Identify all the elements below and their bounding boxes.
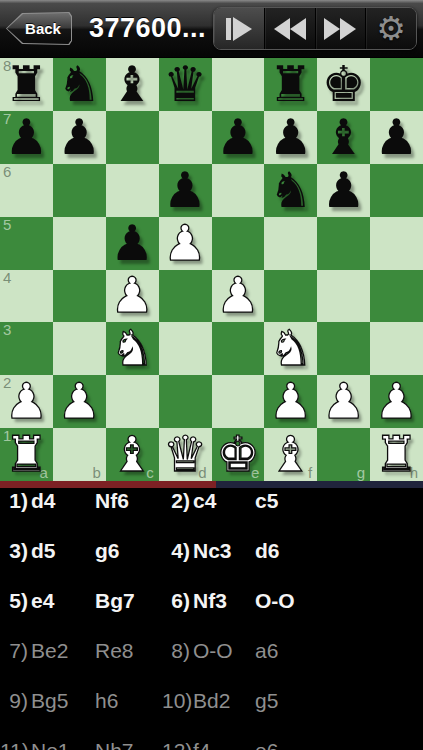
move-row: 7)Be2Re88)O-Oa6 bbox=[0, 638, 423, 688]
square-d2[interactable] bbox=[159, 375, 212, 428]
move-number: 8) bbox=[162, 641, 190, 661]
gear-icon: ⚙ bbox=[376, 12, 406, 45]
square-f8[interactable]: ♜ bbox=[264, 58, 317, 111]
square-b2[interactable]: ♟ bbox=[53, 375, 106, 428]
white-move: O-O bbox=[193, 641, 252, 661]
rewind-button[interactable] bbox=[264, 8, 315, 49]
file-label-b: b bbox=[92, 465, 100, 481]
rewind-icon bbox=[273, 18, 307, 40]
white-bishop-c1: ♝ bbox=[106, 428, 159, 481]
white-pawn-a2: ♟ bbox=[0, 375, 53, 428]
square-a2[interactable]: 2♟ bbox=[0, 375, 53, 428]
black-knight-b8: ♞ bbox=[53, 58, 106, 111]
white-move: d5 bbox=[31, 541, 92, 561]
white-pawn-g2: ♟ bbox=[317, 375, 370, 428]
square-b6[interactable] bbox=[53, 164, 106, 217]
square-e2[interactable] bbox=[212, 375, 265, 428]
rank-label-3: 3 bbox=[3, 322, 11, 338]
square-h4[interactable] bbox=[370, 270, 423, 323]
square-b7[interactable]: ♟ bbox=[53, 111, 106, 164]
white-move: c4 bbox=[193, 491, 252, 511]
move-number: 10) bbox=[162, 691, 190, 711]
square-e6[interactable] bbox=[212, 164, 265, 217]
black-move: g6 bbox=[95, 541, 159, 561]
square-f3[interactable]: ♞ bbox=[264, 322, 317, 375]
white-pawn-d5: ♟ bbox=[159, 217, 212, 270]
black-move: e6 bbox=[255, 741, 423, 750]
rank-label-5: 5 bbox=[3, 217, 11, 233]
square-g6[interactable]: ♟ bbox=[317, 164, 370, 217]
fast-forward-icon bbox=[323, 18, 357, 40]
white-knight-f3: ♞ bbox=[264, 322, 317, 375]
square-f2[interactable]: ♟ bbox=[264, 375, 317, 428]
square-h6[interactable] bbox=[370, 164, 423, 217]
white-move: Nf3 bbox=[193, 591, 252, 611]
rank-label-7: 7 bbox=[3, 111, 11, 127]
white-pawn-e4: ♟ bbox=[212, 270, 265, 323]
black-queen-d8: ♛ bbox=[159, 58, 212, 111]
square-a1[interactable]: 1a♜ bbox=[0, 428, 53, 481]
move-row: 9)Bg5h610)Bd2g5 bbox=[0, 688, 423, 738]
black-knight-f6: ♞ bbox=[264, 164, 317, 217]
black-pawn-f7: ♟ bbox=[264, 111, 317, 164]
file-label-c: c bbox=[146, 465, 154, 481]
white-move: e4 bbox=[31, 591, 92, 611]
black-move: O-O bbox=[255, 591, 423, 611]
white-rook-h1: ♜ bbox=[370, 428, 423, 481]
square-g2[interactable]: ♟ bbox=[317, 375, 370, 428]
rank-label-2: 2 bbox=[3, 375, 11, 391]
square-d7[interactable] bbox=[159, 111, 212, 164]
square-h2[interactable]: ♟ bbox=[370, 375, 423, 428]
square-h5[interactable] bbox=[370, 217, 423, 270]
black-rook-a8: ♜ bbox=[0, 58, 53, 111]
move-number: 11) bbox=[0, 741, 28, 750]
move-number: 9) bbox=[0, 691, 28, 711]
square-d5[interactable]: ♟ bbox=[159, 217, 212, 270]
back-button[interactable]: Back bbox=[6, 12, 72, 45]
fast-forward-button[interactable] bbox=[315, 8, 366, 49]
playback-control-group: ⚙ bbox=[213, 7, 417, 50]
evaluation-bar bbox=[0, 481, 423, 488]
page-title: 377600... bbox=[89, 13, 206, 44]
square-c4[interactable]: ♟ bbox=[106, 270, 159, 323]
move-number: 6) bbox=[162, 591, 190, 611]
square-c7[interactable] bbox=[106, 111, 159, 164]
square-d6[interactable]: ♟ bbox=[159, 164, 212, 217]
white-move: f4 bbox=[193, 741, 252, 750]
settings-button[interactable]: ⚙ bbox=[365, 8, 416, 49]
square-b4[interactable] bbox=[53, 270, 106, 323]
square-a3[interactable]: 3 bbox=[0, 322, 53, 375]
square-g3[interactable] bbox=[317, 322, 370, 375]
navigation-bar: Back 377600... ⚙ bbox=[0, 0, 423, 58]
white-move: Ne1 bbox=[31, 741, 92, 750]
square-h8[interactable] bbox=[370, 58, 423, 111]
file-label-a: a bbox=[40, 465, 48, 481]
square-g1[interactable]: g bbox=[317, 428, 370, 481]
square-a7[interactable]: 7♟ bbox=[0, 111, 53, 164]
square-g5[interactable] bbox=[317, 217, 370, 270]
file-label-d: d bbox=[198, 465, 206, 481]
white-pawn-h2: ♟ bbox=[370, 375, 423, 428]
black-move: Nh7 bbox=[95, 741, 159, 750]
chess-board: 8♜♞♝♛♜♚7♟♟♟♟♝♟6♟♞♟5♟♟4♟♟3♞♞2♟♟♟♟♟1a♜bc♝d… bbox=[0, 58, 423, 481]
square-e1[interactable]: e♚ bbox=[212, 428, 265, 481]
white-pawn-c4: ♟ bbox=[106, 270, 159, 323]
white-move: Bd2 bbox=[193, 691, 252, 711]
black-bishop-g7: ♝ bbox=[317, 111, 370, 164]
step-play-button[interactable] bbox=[214, 8, 264, 49]
rank-label-1: 1 bbox=[3, 428, 11, 444]
black-move: a6 bbox=[255, 641, 423, 661]
square-c1[interactable]: c♝ bbox=[106, 428, 159, 481]
move-row: 5)e4Bg76)Nf3O-O bbox=[0, 588, 423, 638]
black-pawn-e7: ♟ bbox=[212, 111, 265, 164]
black-pawn-d6: ♟ bbox=[159, 164, 212, 217]
white-rook-a1: ♜ bbox=[0, 428, 53, 481]
move-number: 5) bbox=[0, 591, 28, 611]
black-pawn-a7: ♟ bbox=[0, 111, 53, 164]
black-move: Nf6 bbox=[95, 491, 159, 511]
white-move: Bg5 bbox=[31, 691, 92, 711]
white-move: d4 bbox=[31, 491, 92, 511]
move-number: 2) bbox=[162, 491, 190, 511]
move-number: 12) bbox=[162, 741, 190, 750]
square-b3[interactable] bbox=[53, 322, 106, 375]
square-a8[interactable]: 8♜ bbox=[0, 58, 53, 111]
square-b5[interactable] bbox=[53, 217, 106, 270]
square-a6[interactable]: 6 bbox=[0, 164, 53, 217]
square-e3[interactable] bbox=[212, 322, 265, 375]
black-pawn-c5: ♟ bbox=[106, 217, 159, 270]
square-f1[interactable]: f♝ bbox=[264, 428, 317, 481]
black-move: d6 bbox=[255, 541, 423, 561]
black-move: c5 bbox=[255, 491, 423, 511]
square-g8[interactable]: ♚ bbox=[317, 58, 370, 111]
square-h1[interactable]: h♜ bbox=[370, 428, 423, 481]
black-pawn-b7: ♟ bbox=[53, 111, 106, 164]
white-queen-d1: ♛ bbox=[159, 428, 212, 481]
black-move: h6 bbox=[95, 691, 159, 711]
move-row: 11)Ne1Nh712)f4e6 bbox=[0, 738, 423, 750]
square-e8[interactable] bbox=[212, 58, 265, 111]
white-pawn-b2: ♟ bbox=[53, 375, 106, 428]
black-pawn-g6: ♟ bbox=[317, 164, 370, 217]
black-bishop-c8: ♝ bbox=[106, 58, 159, 111]
square-d8[interactable]: ♛ bbox=[159, 58, 212, 111]
file-label-g: g bbox=[357, 465, 365, 481]
square-f5[interactable] bbox=[264, 217, 317, 270]
square-f4[interactable] bbox=[264, 270, 317, 323]
black-move: Bg7 bbox=[95, 591, 159, 611]
square-c5[interactable]: ♟ bbox=[106, 217, 159, 270]
rank-label-6: 6 bbox=[3, 164, 11, 180]
square-b8[interactable]: ♞ bbox=[53, 58, 106, 111]
black-move: Re8 bbox=[95, 641, 159, 661]
step-forward-icon bbox=[224, 17, 254, 41]
white-knight-c3: ♞ bbox=[106, 322, 159, 375]
white-bishop-f1: ♝ bbox=[264, 428, 317, 481]
move-row: 1)d4Nf62)c4c5 bbox=[0, 488, 423, 538]
square-g4[interactable] bbox=[317, 270, 370, 323]
move-list: 1)d4Nf62)c4c53)d5g64)Nc3d65)e4Bg76)Nf3O-… bbox=[0, 488, 423, 750]
black-pawn-h7: ♟ bbox=[370, 111, 423, 164]
square-c8[interactable]: ♝ bbox=[106, 58, 159, 111]
move-number: 3) bbox=[0, 541, 28, 561]
square-d4[interactable] bbox=[159, 270, 212, 323]
square-e5[interactable] bbox=[212, 217, 265, 270]
back-button-label[interactable]: Back bbox=[7, 13, 71, 44]
move-number: 4) bbox=[162, 541, 190, 561]
black-king-g8: ♚ bbox=[317, 58, 370, 111]
square-e7[interactable]: ♟ bbox=[212, 111, 265, 164]
square-c3[interactable]: ♞ bbox=[106, 322, 159, 375]
move-number: 7) bbox=[0, 641, 28, 661]
square-h3[interactable] bbox=[370, 322, 423, 375]
square-f7[interactable]: ♟ bbox=[264, 111, 317, 164]
rank-label-8: 8 bbox=[3, 58, 11, 74]
square-g7[interactable]: ♝ bbox=[317, 111, 370, 164]
move-number: 1) bbox=[0, 491, 28, 511]
black-rook-f8: ♜ bbox=[264, 58, 317, 111]
square-h7[interactable]: ♟ bbox=[370, 111, 423, 164]
evaluation-bar-black-side bbox=[216, 481, 423, 488]
file-label-e: e bbox=[251, 465, 259, 481]
white-pawn-f2: ♟ bbox=[264, 375, 317, 428]
move-row: 3)d5g64)Nc3d6 bbox=[0, 538, 423, 588]
evaluation-bar-white-side bbox=[0, 481, 216, 488]
square-d1[interactable]: d♛ bbox=[159, 428, 212, 481]
square-a5[interactable]: 5 bbox=[0, 217, 53, 270]
square-c6[interactable] bbox=[106, 164, 159, 217]
white-move: Nc3 bbox=[193, 541, 252, 561]
square-b1[interactable]: b bbox=[53, 428, 106, 481]
file-label-f: f bbox=[308, 465, 312, 481]
square-a4[interactable]: 4 bbox=[0, 270, 53, 323]
square-f6[interactable]: ♞ bbox=[264, 164, 317, 217]
file-label-h: h bbox=[410, 465, 418, 481]
square-c2[interactable] bbox=[106, 375, 159, 428]
black-move: g5 bbox=[255, 691, 423, 711]
square-e4[interactable]: ♟ bbox=[212, 270, 265, 323]
rank-label-4: 4 bbox=[3, 270, 11, 286]
white-king-e1: ♚ bbox=[212, 428, 265, 481]
square-d3[interactable] bbox=[159, 322, 212, 375]
white-move: Be2 bbox=[31, 641, 92, 661]
